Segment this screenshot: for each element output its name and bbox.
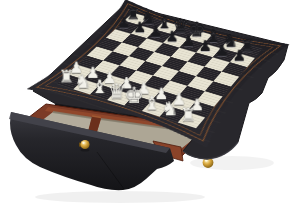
drawer-knob[interactable] [80,140,89,149]
ground-shadow [35,191,205,203]
white-rook-h1[interactable]: ♜ [171,106,204,124]
knob-highlight [82,142,84,144]
chess-set-photo: ♜♞♝♛♚♝♞♜♟♟♟♟♟♟♟♟♟♟♟♟♟♟♟♟♜♞♝♛♚♝♞♜ [0,0,290,207]
black-pawn-h7[interactable]: ♟ [224,49,255,64]
